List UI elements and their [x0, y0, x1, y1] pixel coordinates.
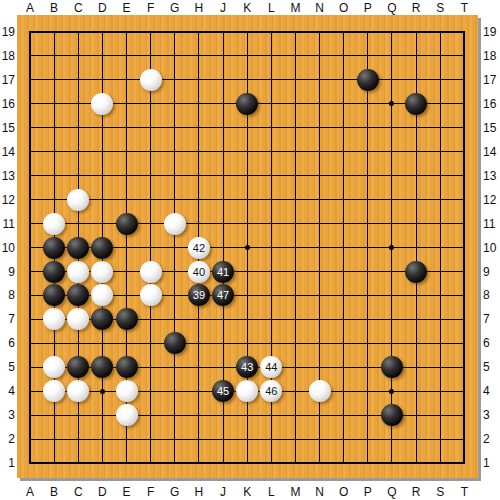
coord-label-right-4: 4 — [483, 384, 499, 398]
grid-line-vertical — [463, 31, 465, 464]
move-number-label: 46 — [265, 380, 277, 402]
stone-white-g11 — [164, 213, 186, 235]
coord-label-top-e: E — [123, 1, 131, 15]
coord-label-left-4: 4 — [0, 384, 15, 398]
move-number-label: 45 — [217, 380, 229, 402]
go-board[interactable]: 424044463941434547 — [17, 15, 478, 478]
coord-label-top-l: L — [268, 1, 275, 15]
grid-line-vertical — [295, 31, 296, 464]
coord-label-left-6: 6 — [0, 336, 15, 350]
stone-black-c5 — [67, 356, 89, 378]
coord-label-right-19: 19 — [483, 25, 499, 39]
coord-label-left-10: 10 — [0, 241, 15, 255]
move-number-label: 40 — [193, 261, 205, 283]
stone-black-j9: 41 — [212, 261, 234, 283]
coord-label-bottom-r: R — [412, 485, 421, 499]
coord-label-bottom-q: Q — [387, 485, 396, 499]
coord-label-top-g: G — [170, 1, 179, 15]
go-game-page: 424044463941434547 AABBCCDDEEFFGGHHJJKKL… — [0, 0, 500, 500]
coord-label-right-9: 9 — [483, 265, 499, 279]
coord-label-left-9: 9 — [0, 265, 15, 279]
star-point — [389, 389, 394, 394]
coord-label-bottom-n: N — [315, 485, 324, 499]
coord-label-left-17: 17 — [0, 73, 15, 87]
coord-label-left-8: 8 — [0, 288, 15, 302]
coord-label-bottom-s: S — [436, 485, 444, 499]
stone-black-j8: 47 — [212, 284, 234, 306]
coord-label-top-n: N — [315, 1, 324, 15]
grid-line-vertical — [440, 31, 441, 464]
coord-label-bottom-k: K — [243, 485, 251, 499]
stone-black-b9 — [43, 261, 65, 283]
coord-label-right-7: 7 — [483, 312, 499, 326]
stone-black-e7 — [116, 308, 138, 330]
coord-label-bottom-j: J — [220, 485, 226, 499]
coord-label-right-13: 13 — [483, 169, 499, 183]
coord-label-top-r: R — [412, 1, 421, 15]
stone-black-d10 — [91, 237, 113, 259]
stone-white-b7 — [43, 308, 65, 330]
coord-label-bottom-t: T — [461, 485, 468, 499]
stone-black-k16 — [236, 93, 258, 115]
grid-line-vertical — [343, 31, 344, 464]
stone-black-k5: 43 — [236, 356, 258, 378]
coord-label-right-16: 16 — [483, 97, 499, 111]
stone-white-n4 — [309, 380, 331, 402]
stone-black-p17 — [357, 69, 379, 91]
coord-label-left-19: 19 — [0, 25, 15, 39]
stone-white-h10: 42 — [188, 237, 210, 259]
coord-label-top-p: P — [364, 1, 372, 15]
stone-white-f17 — [140, 69, 162, 91]
stone-white-l4: 46 — [260, 380, 282, 402]
stone-white-e4 — [116, 380, 138, 402]
star-point — [245, 245, 250, 250]
stone-black-r9 — [405, 261, 427, 283]
coord-label-top-o: O — [339, 1, 348, 15]
coord-label-top-b: B — [50, 1, 58, 15]
coord-label-right-18: 18 — [483, 49, 499, 63]
coord-label-top-c: C — [74, 1, 83, 15]
move-number-label: 44 — [265, 356, 277, 378]
coord-label-top-q: Q — [387, 1, 396, 15]
coord-label-left-13: 13 — [0, 169, 15, 183]
coord-label-left-18: 18 — [0, 49, 15, 63]
coord-label-bottom-d: D — [98, 485, 107, 499]
coord-label-top-m: M — [290, 1, 300, 15]
stone-black-r16 — [405, 93, 427, 115]
stone-black-d7 — [91, 308, 113, 330]
stone-white-e3 — [116, 404, 138, 426]
coord-label-bottom-m: M — [290, 485, 300, 499]
stone-white-c4 — [67, 380, 89, 402]
coord-label-right-17: 17 — [483, 73, 499, 87]
coord-label-bottom-e: E — [123, 485, 131, 499]
coord-label-top-f: F — [147, 1, 154, 15]
coord-label-right-11: 11 — [483, 217, 499, 231]
move-number-label: 42 — [193, 237, 205, 259]
coord-label-left-1: 1 — [0, 456, 15, 470]
coord-label-right-15: 15 — [483, 121, 499, 135]
coord-label-left-11: 11 — [0, 217, 15, 231]
coord-label-right-5: 5 — [483, 360, 499, 374]
stone-white-k4 — [236, 380, 258, 402]
stone-black-b8 — [43, 284, 65, 306]
stone-white-f8 — [140, 284, 162, 306]
coord-label-bottom-a: A — [26, 485, 34, 499]
stone-black-h8: 39 — [188, 284, 210, 306]
stone-black-j4: 45 — [212, 380, 234, 402]
grid-line-vertical — [367, 31, 368, 464]
stone-white-d8 — [91, 284, 113, 306]
coord-label-left-2: 2 — [0, 432, 15, 446]
coord-label-right-12: 12 — [483, 193, 499, 207]
stone-black-e11 — [116, 213, 138, 235]
stone-white-d9 — [91, 261, 113, 283]
coord-label-right-8: 8 — [483, 288, 499, 302]
coord-label-bottom-o: O — [339, 485, 348, 499]
grid-line-horizontal — [29, 343, 465, 344]
star-point — [100, 389, 105, 394]
coord-label-left-7: 7 — [0, 312, 15, 326]
coord-label-top-k: K — [243, 1, 251, 15]
coord-label-left-5: 5 — [0, 360, 15, 374]
coord-label-bottom-h: H — [195, 485, 204, 499]
stone-white-c7 — [67, 308, 89, 330]
coord-label-left-12: 12 — [0, 193, 15, 207]
stone-black-d5 — [91, 356, 113, 378]
stone-black-g6 — [164, 332, 186, 354]
move-number-label: 41 — [217, 261, 229, 283]
coord-label-bottom-p: P — [364, 485, 372, 499]
stone-black-c10 — [67, 237, 89, 259]
stone-white-b11 — [43, 213, 65, 235]
stone-white-b4 — [43, 380, 65, 402]
coord-label-bottom-g: G — [170, 485, 179, 499]
coord-label-right-10: 10 — [483, 241, 499, 255]
coord-label-right-14: 14 — [483, 145, 499, 159]
coord-label-top-a: A — [26, 1, 34, 15]
stone-black-q3 — [381, 404, 403, 426]
move-number-label: 39 — [193, 284, 205, 306]
stone-black-q5 — [381, 356, 403, 378]
stone-white-l5: 44 — [260, 356, 282, 378]
coord-label-bottom-l: L — [268, 485, 275, 499]
coord-label-top-t: T — [461, 1, 468, 15]
stone-white-c12 — [67, 189, 89, 211]
coord-label-left-15: 15 — [0, 121, 15, 135]
coord-label-left-16: 16 — [0, 97, 15, 111]
stone-black-e5 — [116, 356, 138, 378]
star-point — [389, 245, 394, 250]
grid-line-horizontal — [29, 462, 465, 464]
coord-label-bottom-b: B — [50, 485, 58, 499]
coord-label-left-3: 3 — [0, 408, 15, 422]
coord-label-top-s: S — [436, 1, 444, 15]
coord-label-left-14: 14 — [0, 145, 15, 159]
coord-label-right-2: 2 — [483, 432, 499, 446]
coord-label-right-6: 6 — [483, 336, 499, 350]
stone-white-h9: 40 — [188, 261, 210, 283]
stone-white-c9 — [67, 261, 89, 283]
coord-label-bottom-c: C — [74, 485, 83, 499]
coord-label-top-h: H — [195, 1, 204, 15]
move-number-label: 47 — [217, 284, 229, 306]
stone-white-d16 — [91, 93, 113, 115]
coord-label-right-1: 1 — [483, 456, 499, 470]
stone-white-b5 — [43, 356, 65, 378]
stone-black-b10 — [43, 237, 65, 259]
move-number-label: 43 — [241, 356, 253, 378]
coord-label-top-j: J — [220, 1, 226, 15]
coord-label-bottom-f: F — [147, 485, 154, 499]
coord-label-right-3: 3 — [483, 408, 499, 422]
star-point — [389, 101, 394, 106]
stone-white-f9 — [140, 261, 162, 283]
coord-label-top-d: D — [98, 1, 107, 15]
stone-black-c8 — [67, 284, 89, 306]
grid-line-horizontal — [29, 439, 465, 440]
